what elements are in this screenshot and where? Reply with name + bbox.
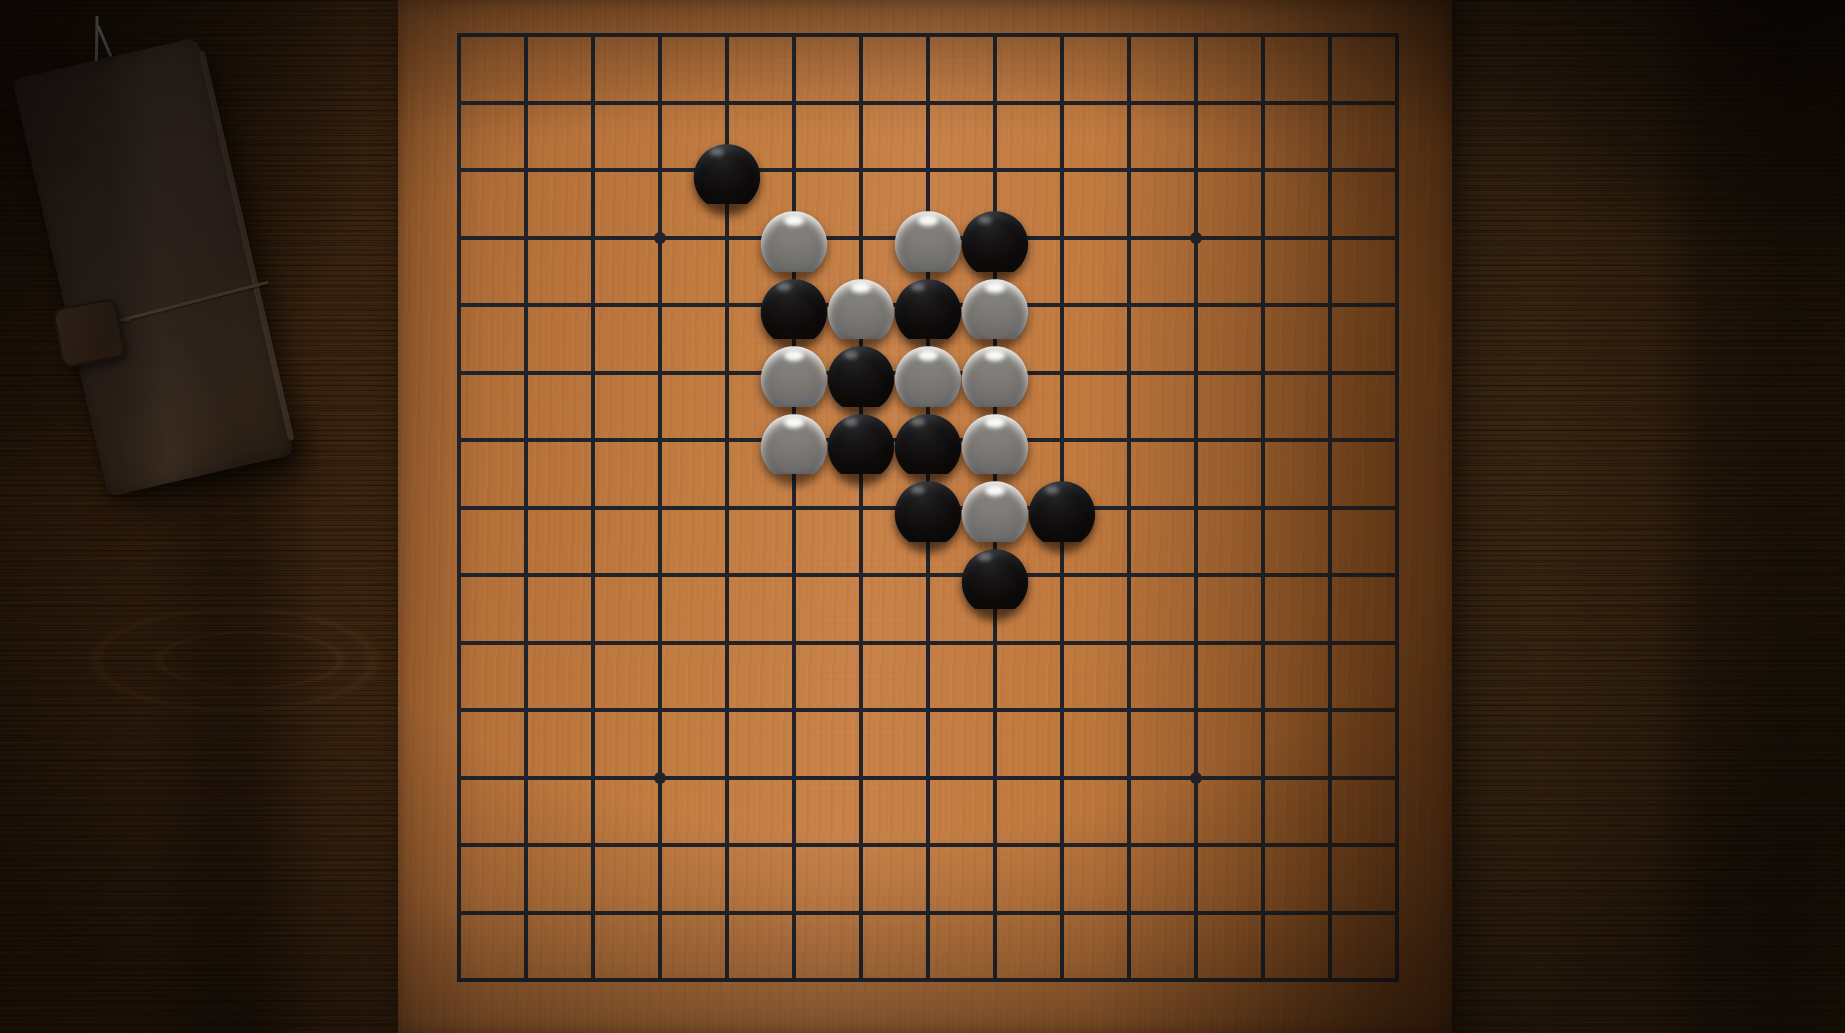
notebook-strap-tab <box>52 297 126 368</box>
table-shadow-band-left <box>140 420 320 1033</box>
go-board[interactable]: ●●●●●●●●●●●●●●●●●●●● <box>398 0 1452 1033</box>
clip-wire <box>95 16 99 62</box>
board-shadow-overlay <box>398 0 1452 1033</box>
table-shadow-band-right <box>1452 0 1845 1033</box>
scene: ●●●●●●●●●●●●●●●●●●●● <box>0 0 1845 1033</box>
